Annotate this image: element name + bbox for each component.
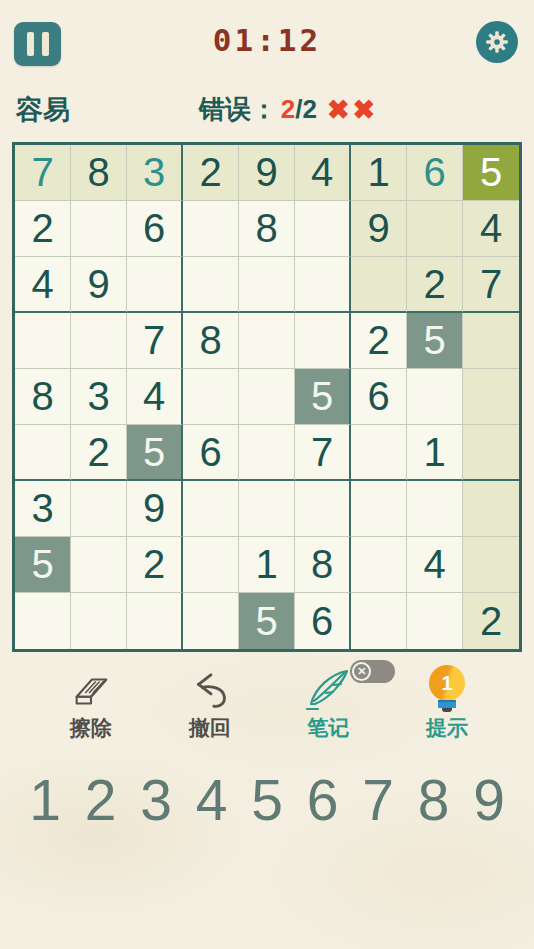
sudoku-cell[interactable]: 2 bbox=[407, 257, 463, 313]
sudoku-cell[interactable]: 8 bbox=[71, 145, 127, 201]
sudoku-cell[interactable] bbox=[183, 593, 239, 649]
sudoku-cell[interactable] bbox=[463, 537, 519, 593]
sudoku-cell[interactable]: 5 bbox=[407, 313, 463, 369]
sudoku-cell[interactable]: 4 bbox=[407, 537, 463, 593]
sudoku-cell[interactable]: 6 bbox=[407, 145, 463, 201]
eraser-icon bbox=[69, 672, 113, 712]
sudoku-cell[interactable]: 4 bbox=[15, 257, 71, 313]
numpad-4[interactable]: 4 bbox=[185, 758, 239, 844]
sudoku-cell[interactable]: 1 bbox=[351, 145, 407, 201]
numpad-9[interactable]: 9 bbox=[462, 758, 516, 844]
sudoku-cell[interactable]: 2 bbox=[71, 425, 127, 481]
sudoku-cell[interactable] bbox=[183, 257, 239, 313]
sudoku-cell[interactable] bbox=[463, 369, 519, 425]
sudoku-cell[interactable] bbox=[295, 313, 351, 369]
sudoku-cell[interactable]: 8 bbox=[15, 369, 71, 425]
sudoku-cell[interactable]: 2 bbox=[351, 313, 407, 369]
sudoku-cell[interactable] bbox=[463, 425, 519, 481]
sudoku-cell[interactable]: 9 bbox=[71, 257, 127, 313]
sudoku-cell[interactable] bbox=[463, 313, 519, 369]
error-count: 2 bbox=[281, 94, 295, 125]
bulb-tip bbox=[442, 708, 452, 712]
hint-button[interactable]: 1 提示 bbox=[412, 662, 482, 742]
status-row: 容易 错误： 2 /2 ✖✖ bbox=[0, 84, 534, 142]
sudoku-cell[interactable]: 9 bbox=[239, 145, 295, 201]
numpad-1[interactable]: 1 bbox=[18, 758, 72, 844]
sudoku-cell[interactable] bbox=[463, 481, 519, 537]
sudoku-cell[interactable] bbox=[71, 201, 127, 257]
sudoku-cell[interactable]: 6 bbox=[351, 369, 407, 425]
numpad-3[interactable]: 3 bbox=[129, 758, 183, 844]
hint-count-badge: 1 bbox=[429, 665, 465, 701]
sudoku-cell[interactable]: 8 bbox=[295, 537, 351, 593]
numpad-8[interactable]: 8 bbox=[407, 758, 461, 844]
sudoku-cell[interactable] bbox=[183, 481, 239, 537]
sudoku-cell[interactable] bbox=[351, 257, 407, 313]
sudoku-cell[interactable]: 4 bbox=[463, 201, 519, 257]
undo-button[interactable]: 撤回 bbox=[175, 662, 245, 742]
sudoku-cell[interactable] bbox=[351, 481, 407, 537]
sudoku-cell[interactable]: 3 bbox=[71, 369, 127, 425]
sudoku-cell[interactable] bbox=[183, 537, 239, 593]
sudoku-cell[interactable]: 3 bbox=[127, 145, 183, 201]
hint-label: 提示 bbox=[426, 714, 468, 742]
header: 01:12 bbox=[0, 0, 534, 84]
sudoku-cell[interactable] bbox=[407, 481, 463, 537]
sudoku-cell[interactable] bbox=[239, 481, 295, 537]
sudoku-cell[interactable] bbox=[407, 201, 463, 257]
settings-button[interactable] bbox=[476, 21, 518, 63]
bulb-base bbox=[438, 700, 456, 708]
error-total: /2 bbox=[295, 94, 317, 125]
erase-button[interactable]: 擦除 bbox=[56, 662, 126, 742]
sudoku-cell[interactable]: 5 bbox=[127, 425, 183, 481]
sudoku-cell[interactable]: 7 bbox=[463, 257, 519, 313]
numpad-2[interactable]: 2 bbox=[74, 758, 128, 844]
sudoku-cell[interactable] bbox=[15, 593, 71, 649]
sudoku-cell[interactable] bbox=[295, 481, 351, 537]
notes-toggle[interactable]: ✕ bbox=[350, 660, 395, 683]
sudoku-cell[interactable]: 6 bbox=[183, 425, 239, 481]
sudoku-cell[interactable] bbox=[239, 313, 295, 369]
sudoku-cell[interactable] bbox=[239, 257, 295, 313]
sudoku-cell[interactable]: 4 bbox=[295, 145, 351, 201]
number-pad: 123456789 bbox=[0, 758, 534, 844]
sudoku-cell[interactable]: 1 bbox=[407, 425, 463, 481]
sudoku-cell[interactable]: 2 bbox=[15, 201, 71, 257]
notes-button[interactable]: ✕ 笔记 bbox=[293, 662, 363, 742]
sudoku-cell[interactable] bbox=[15, 425, 71, 481]
numpad-5[interactable]: 5 bbox=[240, 758, 294, 844]
sudoku-cell[interactable]: 6 bbox=[295, 593, 351, 649]
sudoku-cell[interactable] bbox=[127, 257, 183, 313]
sudoku-cell[interactable] bbox=[15, 313, 71, 369]
sudoku-cell[interactable]: 8 bbox=[239, 201, 295, 257]
undo-label: 撤回 bbox=[189, 714, 231, 742]
sudoku-cell[interactable]: 9 bbox=[351, 201, 407, 257]
sudoku-cell[interactable] bbox=[351, 425, 407, 481]
sudoku-cell[interactable]: 2 bbox=[463, 593, 519, 649]
sudoku-cell[interactable] bbox=[71, 593, 127, 649]
sudoku-cell[interactable]: 5 bbox=[295, 369, 351, 425]
undo-icon bbox=[189, 670, 231, 712]
toolbar: 擦除 撤回 ✕ bbox=[0, 662, 534, 742]
sudoku-cell[interactable]: 5 bbox=[463, 145, 519, 201]
sudoku-cell[interactable]: 5 bbox=[15, 537, 71, 593]
sudoku-cell[interactable] bbox=[407, 369, 463, 425]
sudoku-cell[interactable]: 2 bbox=[127, 537, 183, 593]
game-timer: 01:12 bbox=[0, 22, 534, 58]
erase-label: 擦除 bbox=[70, 714, 112, 742]
sudoku-cell[interactable]: 7 bbox=[127, 313, 183, 369]
bulb-icon: 1 bbox=[429, 665, 465, 712]
sudoku-cell[interactable] bbox=[183, 369, 239, 425]
error-label: 错误： bbox=[199, 92, 277, 127]
sudoku-cell[interactable]: 7 bbox=[15, 145, 71, 201]
sudoku-cell[interactable] bbox=[71, 481, 127, 537]
toggle-off-icon: ✕ bbox=[352, 662, 371, 681]
sudoku-cell[interactable] bbox=[407, 593, 463, 649]
sudoku-cell[interactable] bbox=[239, 369, 295, 425]
sudoku-cell[interactable] bbox=[295, 257, 351, 313]
notes-label: 笔记 bbox=[307, 714, 349, 742]
sudoku-cell[interactable]: 4 bbox=[127, 369, 183, 425]
error-x-icons: ✖✖ bbox=[327, 94, 378, 126]
sudoku-cell[interactable]: 1 bbox=[239, 537, 295, 593]
numpad-7[interactable]: 7 bbox=[351, 758, 405, 844]
sudoku-cell[interactable]: 7 bbox=[295, 425, 351, 481]
sudoku-cell[interactable] bbox=[239, 425, 295, 481]
sudoku-cell[interactable] bbox=[351, 537, 407, 593]
sudoku-board: 7832941652689449277825834562567139521845… bbox=[12, 142, 522, 652]
sudoku-cell[interactable] bbox=[351, 593, 407, 649]
sudoku-cell[interactable]: 6 bbox=[127, 201, 183, 257]
gear-icon bbox=[484, 29, 510, 55]
sudoku-cell[interactable]: 8 bbox=[183, 313, 239, 369]
error-counter: 错误： 2 /2 ✖✖ bbox=[199, 92, 378, 127]
sudoku-cell[interactable]: 9 bbox=[127, 481, 183, 537]
sudoku-cell[interactable] bbox=[71, 537, 127, 593]
sudoku-cell[interactable] bbox=[71, 313, 127, 369]
sudoku-cell[interactable]: 2 bbox=[183, 145, 239, 201]
sudoku-cell[interactable] bbox=[183, 201, 239, 257]
sudoku-cell[interactable]: 5 bbox=[239, 593, 295, 649]
sudoku-cell[interactable]: 3 bbox=[15, 481, 71, 537]
quill-icon bbox=[304, 666, 352, 712]
difficulty-label: 容易 bbox=[16, 92, 70, 128]
sudoku-cell[interactable] bbox=[127, 593, 183, 649]
sudoku-cell[interactable] bbox=[295, 201, 351, 257]
numpad-6[interactable]: 6 bbox=[296, 758, 350, 844]
